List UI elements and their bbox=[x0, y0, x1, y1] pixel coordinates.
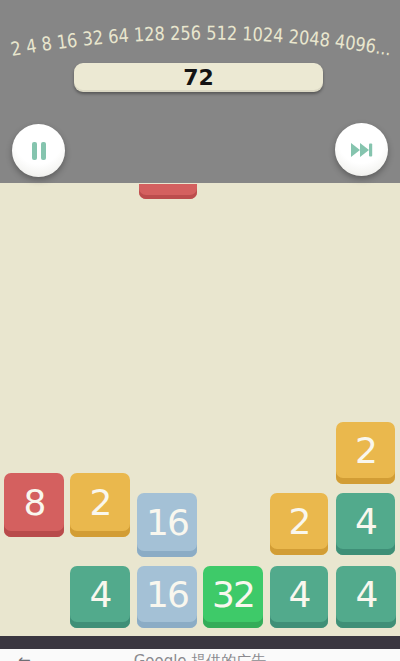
tile: 4 bbox=[70, 566, 130, 628]
tile-value: 2 bbox=[355, 433, 376, 473]
fast-forward-icon bbox=[351, 143, 373, 157]
tile-value: 4 bbox=[356, 577, 377, 617]
game-screen: 28216244163244 2 4 8 16 32 64 128 256 51… bbox=[0, 0, 400, 661]
ad-bar: ← Google 提供的广告 bbox=[0, 649, 400, 661]
skip-button[interactable] bbox=[335, 123, 388, 176]
tile: 16 bbox=[137, 566, 197, 628]
tile: 8 bbox=[4, 473, 64, 537]
svg-text:2 4 8 16 32 64 128 256 512 102: 2 4 8 16 32 64 128 256 512 1024 2048 409… bbox=[9, 21, 393, 59]
pause-icon bbox=[32, 142, 46, 160]
tile-value: 4 bbox=[90, 577, 111, 617]
tile-value: 32 bbox=[212, 577, 254, 617]
tile: 32 bbox=[203, 566, 263, 628]
pause-button[interactable] bbox=[12, 124, 65, 177]
tile: 4 bbox=[336, 493, 395, 555]
tile: 2 bbox=[336, 422, 395, 484]
number-sequence-text: 2 4 8 16 32 64 128 256 512 1024 2048 409… bbox=[9, 21, 393, 59]
number-sequence-arc: 2 4 8 16 32 64 128 256 512 1024 2048 409… bbox=[0, 6, 400, 68]
tile-value: 16 bbox=[146, 577, 188, 617]
header-bar: 2 4 8 16 32 64 128 256 512 1024 2048 409… bbox=[0, 0, 400, 183]
tile: 4 bbox=[270, 566, 328, 628]
tile-value: 16 bbox=[146, 505, 188, 545]
incoming-tile bbox=[139, 184, 197, 199]
tile: 2 bbox=[70, 473, 130, 537]
tile: 2 bbox=[270, 493, 328, 555]
tile: 4 bbox=[336, 566, 396, 628]
tile-value: 4 bbox=[355, 504, 376, 544]
bottom-dark-bar bbox=[0, 636, 400, 649]
ad-attribution-label[interactable]: Google 提供的广告 bbox=[0, 652, 400, 661]
tile: 16 bbox=[137, 493, 197, 557]
tile-value: 8 bbox=[24, 485, 45, 525]
score-value: 72 bbox=[183, 65, 214, 90]
tile-value: 2 bbox=[289, 504, 310, 544]
tile-value: 2 bbox=[90, 485, 111, 525]
score-display: 72 bbox=[74, 63, 323, 92]
tile-value: 4 bbox=[289, 577, 310, 617]
